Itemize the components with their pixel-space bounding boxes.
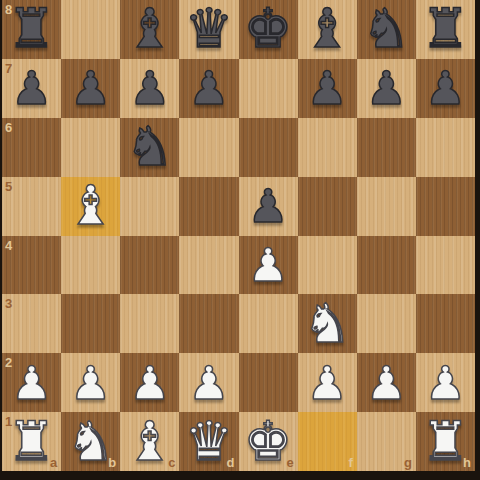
piece-white-pawn-d2[interactable]: ♟ bbox=[179, 353, 238, 412]
square-e3[interactable] bbox=[239, 294, 298, 353]
square-d3[interactable] bbox=[179, 294, 238, 353]
piece-black-pawn-f7[interactable]: ♟ bbox=[298, 59, 357, 118]
square-e7[interactable] bbox=[239, 59, 298, 118]
square-g2[interactable]: ♟ bbox=[357, 353, 416, 412]
square-d4[interactable] bbox=[179, 236, 238, 295]
square-c1[interactable]: c♝ bbox=[120, 412, 179, 471]
square-b4[interactable] bbox=[61, 236, 120, 295]
square-g8[interactable]: ♞ bbox=[357, 0, 416, 59]
piece-black-king-e8[interactable]: ♚ bbox=[239, 0, 298, 59]
square-g4[interactable] bbox=[357, 236, 416, 295]
piece-black-queen-d8[interactable]: ♛ bbox=[179, 0, 238, 59]
square-b1[interactable]: b♞ bbox=[61, 412, 120, 471]
file-label-f: f bbox=[348, 456, 352, 469]
rank-label-3: 3 bbox=[5, 297, 12, 310]
square-a4[interactable]: 4 bbox=[2, 236, 61, 295]
square-g1[interactable]: g bbox=[357, 412, 416, 471]
piece-black-pawn-d7[interactable]: ♟ bbox=[179, 59, 238, 118]
square-c4[interactable] bbox=[120, 236, 179, 295]
square-a2[interactable]: 2♟ bbox=[2, 353, 61, 412]
square-b2[interactable]: ♟ bbox=[61, 353, 120, 412]
square-h2[interactable]: ♟ bbox=[416, 353, 475, 412]
piece-white-rook-a1[interactable]: ♜ bbox=[2, 412, 61, 471]
square-e6[interactable] bbox=[239, 118, 298, 177]
square-f2[interactable]: ♟ bbox=[298, 353, 357, 412]
square-f5[interactable] bbox=[298, 177, 357, 236]
piece-black-bishop-f8[interactable]: ♝ bbox=[298, 0, 357, 59]
piece-white-pawn-h2[interactable]: ♟ bbox=[416, 353, 475, 412]
square-d2[interactable]: ♟ bbox=[179, 353, 238, 412]
square-e2[interactable] bbox=[239, 353, 298, 412]
rank-label-4: 4 bbox=[5, 239, 12, 252]
piece-white-bishop-b5[interactable]: ♝ bbox=[61, 177, 120, 236]
square-a6[interactable]: 6 bbox=[2, 118, 61, 177]
piece-black-pawn-b7[interactable]: ♟ bbox=[61, 59, 120, 118]
piece-black-rook-h8[interactable]: ♜ bbox=[416, 0, 475, 59]
square-b7[interactable]: ♟ bbox=[61, 59, 120, 118]
piece-black-rook-a8[interactable]: ♜ bbox=[2, 0, 61, 59]
square-b3[interactable] bbox=[61, 294, 120, 353]
square-h7[interactable]: ♟ bbox=[416, 59, 475, 118]
rank-label-5: 5 bbox=[5, 180, 12, 193]
rank-label-6: 6 bbox=[5, 121, 12, 134]
square-h3[interactable] bbox=[416, 294, 475, 353]
square-c7[interactable]: ♟ bbox=[120, 59, 179, 118]
square-h5[interactable] bbox=[416, 177, 475, 236]
square-c8[interactable]: ♝ bbox=[120, 0, 179, 59]
piece-white-pawn-a2[interactable]: ♟ bbox=[2, 353, 61, 412]
square-f3[interactable]: ♞ bbox=[298, 294, 357, 353]
square-a1[interactable]: 1a♜ bbox=[2, 412, 61, 471]
square-d6[interactable] bbox=[179, 118, 238, 177]
piece-black-pawn-c7[interactable]: ♟ bbox=[120, 59, 179, 118]
chess-board: 8♜♝♛♚♝♞♜7♟♟♟♟♟♟♟6♞5♝♟4♟3♞2♟♟♟♟♟♟♟1a♜b♞c♝… bbox=[2, 0, 475, 471]
square-g3[interactable] bbox=[357, 294, 416, 353]
square-a3[interactable]: 3 bbox=[2, 294, 61, 353]
square-f1[interactable]: f bbox=[298, 412, 357, 471]
square-e5[interactable]: ♟ bbox=[239, 177, 298, 236]
piece-white-pawn-e4[interactable]: ♟ bbox=[239, 236, 298, 295]
square-d8[interactable]: ♛ bbox=[179, 0, 238, 59]
square-h8[interactable]: ♜ bbox=[416, 0, 475, 59]
piece-white-knight-f3[interactable]: ♞ bbox=[298, 294, 357, 353]
piece-black-bishop-c8[interactable]: ♝ bbox=[120, 0, 179, 59]
piece-black-pawn-h7[interactable]: ♟ bbox=[416, 59, 475, 118]
piece-white-pawn-g2[interactable]: ♟ bbox=[357, 353, 416, 412]
square-g7[interactable]: ♟ bbox=[357, 59, 416, 118]
square-h4[interactable] bbox=[416, 236, 475, 295]
piece-white-bishop-c1[interactable]: ♝ bbox=[120, 412, 179, 471]
square-f6[interactable] bbox=[298, 118, 357, 177]
square-e8[interactable]: ♚ bbox=[239, 0, 298, 59]
piece-white-pawn-c2[interactable]: ♟ bbox=[120, 353, 179, 412]
square-e4[interactable]: ♟ bbox=[239, 236, 298, 295]
piece-black-knight-g8[interactable]: ♞ bbox=[357, 0, 416, 59]
piece-white-pawn-b2[interactable]: ♟ bbox=[61, 353, 120, 412]
square-e1[interactable]: e♚ bbox=[239, 412, 298, 471]
chess-board-container: 8♜♝♛♚♝♞♜7♟♟♟♟♟♟♟6♞5♝♟4♟3♞2♟♟♟♟♟♟♟1a♜b♞c♝… bbox=[0, 0, 480, 480]
square-a5[interactable]: 5 bbox=[2, 177, 61, 236]
square-f8[interactable]: ♝ bbox=[298, 0, 357, 59]
square-c3[interactable] bbox=[120, 294, 179, 353]
square-a8[interactable]: 8♜ bbox=[2, 0, 61, 59]
square-c6[interactable]: ♞ bbox=[120, 118, 179, 177]
file-label-g: g bbox=[404, 456, 412, 469]
piece-black-pawn-e5[interactable]: ♟ bbox=[239, 177, 298, 236]
square-d5[interactable] bbox=[179, 177, 238, 236]
square-f4[interactable] bbox=[298, 236, 357, 295]
square-a7[interactable]: 7♟ bbox=[2, 59, 61, 118]
square-h6[interactable] bbox=[416, 118, 475, 177]
piece-white-knight-b1[interactable]: ♞ bbox=[61, 412, 120, 471]
piece-white-pawn-f2[interactable]: ♟ bbox=[298, 353, 357, 412]
square-b8[interactable] bbox=[61, 0, 120, 59]
piece-white-queen-d1[interactable]: ♛ bbox=[179, 412, 238, 471]
square-h1[interactable]: h♜ bbox=[416, 412, 475, 471]
square-c5[interactable] bbox=[120, 177, 179, 236]
piece-black-pawn-g7[interactable]: ♟ bbox=[357, 59, 416, 118]
piece-white-rook-h1[interactable]: ♜ bbox=[416, 412, 475, 471]
square-b5[interactable]: ♝ bbox=[61, 177, 120, 236]
square-b6[interactable] bbox=[61, 118, 120, 177]
square-g5[interactable] bbox=[357, 177, 416, 236]
square-f7[interactable]: ♟ bbox=[298, 59, 357, 118]
square-d1[interactable]: d♛ bbox=[179, 412, 238, 471]
square-d7[interactable]: ♟ bbox=[179, 59, 238, 118]
piece-white-king-e1[interactable]: ♚ bbox=[239, 412, 298, 471]
piece-black-pawn-a7[interactable]: ♟ bbox=[2, 59, 61, 118]
square-c2[interactable]: ♟ bbox=[120, 353, 179, 412]
piece-black-knight-c6[interactable]: ♞ bbox=[120, 118, 179, 177]
square-g6[interactable] bbox=[357, 118, 416, 177]
